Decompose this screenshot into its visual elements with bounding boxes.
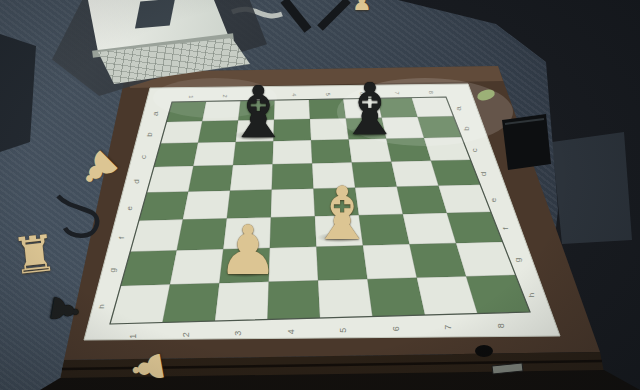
laptop-screen-window: [135, 0, 175, 28]
square-d4[interactable]: [272, 163, 314, 189]
fallen-white-pawn-bottom[interactable]: ♟: [125, 347, 171, 389]
square-d2[interactable]: [188, 165, 233, 191]
distant-white-pawn[interactable]: ♟: [352, 0, 372, 14]
square-h6[interactable]: [367, 278, 425, 317]
bag-highlight-patch: [552, 132, 632, 244]
square-h2[interactable]: [163, 283, 220, 322]
file-label-right: d: [479, 172, 488, 176]
file-label-left: h: [97, 304, 106, 308]
photo-scene: 1122334455667788aabbccddeeffgghh ♝♝♝♟ ♟ …: [0, 0, 640, 390]
file-label-left: d: [132, 179, 141, 183]
piece-black-bishop-b3[interactable]: ♝: [226, 77, 290, 149]
rank-label-near: 4: [286, 329, 296, 334]
piece-white-bishop-f5[interactable]: ♝: [310, 177, 376, 250]
file-label-right: h: [527, 293, 536, 297]
square-d3[interactable]: [230, 164, 273, 190]
black-knob: [475, 345, 493, 357]
square-b1[interactable]: [160, 121, 202, 143]
square-d7[interactable]: [391, 161, 438, 187]
rank-label-near: 6: [391, 326, 401, 331]
piece-black-bishop-b6[interactable]: ♝: [338, 74, 402, 146]
rank-label-near: 2: [181, 332, 191, 337]
chess-clock-or-phone: [502, 114, 551, 170]
file-label-left: g: [108, 268, 117, 272]
file-label-right: e: [489, 197, 498, 202]
square-g2[interactable]: [170, 249, 223, 284]
rank-label-near: 8: [496, 323, 506, 328]
square-c1[interactable]: [154, 143, 198, 167]
white-rook-offboard[interactable]: ♜: [10, 228, 60, 282]
rank-label-near: 1: [128, 334, 138, 339]
file-label-right: g: [513, 258, 522, 262]
square-e7[interactable]: [397, 186, 447, 214]
rank-label-near: 7: [443, 325, 453, 330]
rank-label-near: 5: [338, 328, 348, 333]
rank-label-far: 5: [325, 93, 331, 96]
file-label-right: c: [470, 148, 479, 152]
file-label-left: a: [151, 111, 160, 116]
square-h5[interactable]: [318, 279, 372, 318]
file-label-left: b: [145, 132, 154, 137]
rank-label-near: 3: [233, 331, 243, 336]
fallen-black-pawn[interactable]: ♟: [44, 291, 85, 329]
black-cable: [58, 196, 97, 236]
square-d1[interactable]: [147, 166, 194, 193]
tripod-leg-icon: [320, 0, 348, 28]
file-label-left: e: [125, 206, 134, 211]
piece-white-pawn-g3[interactable]: ♟: [218, 217, 279, 285]
file-label-left: c: [139, 155, 148, 159]
